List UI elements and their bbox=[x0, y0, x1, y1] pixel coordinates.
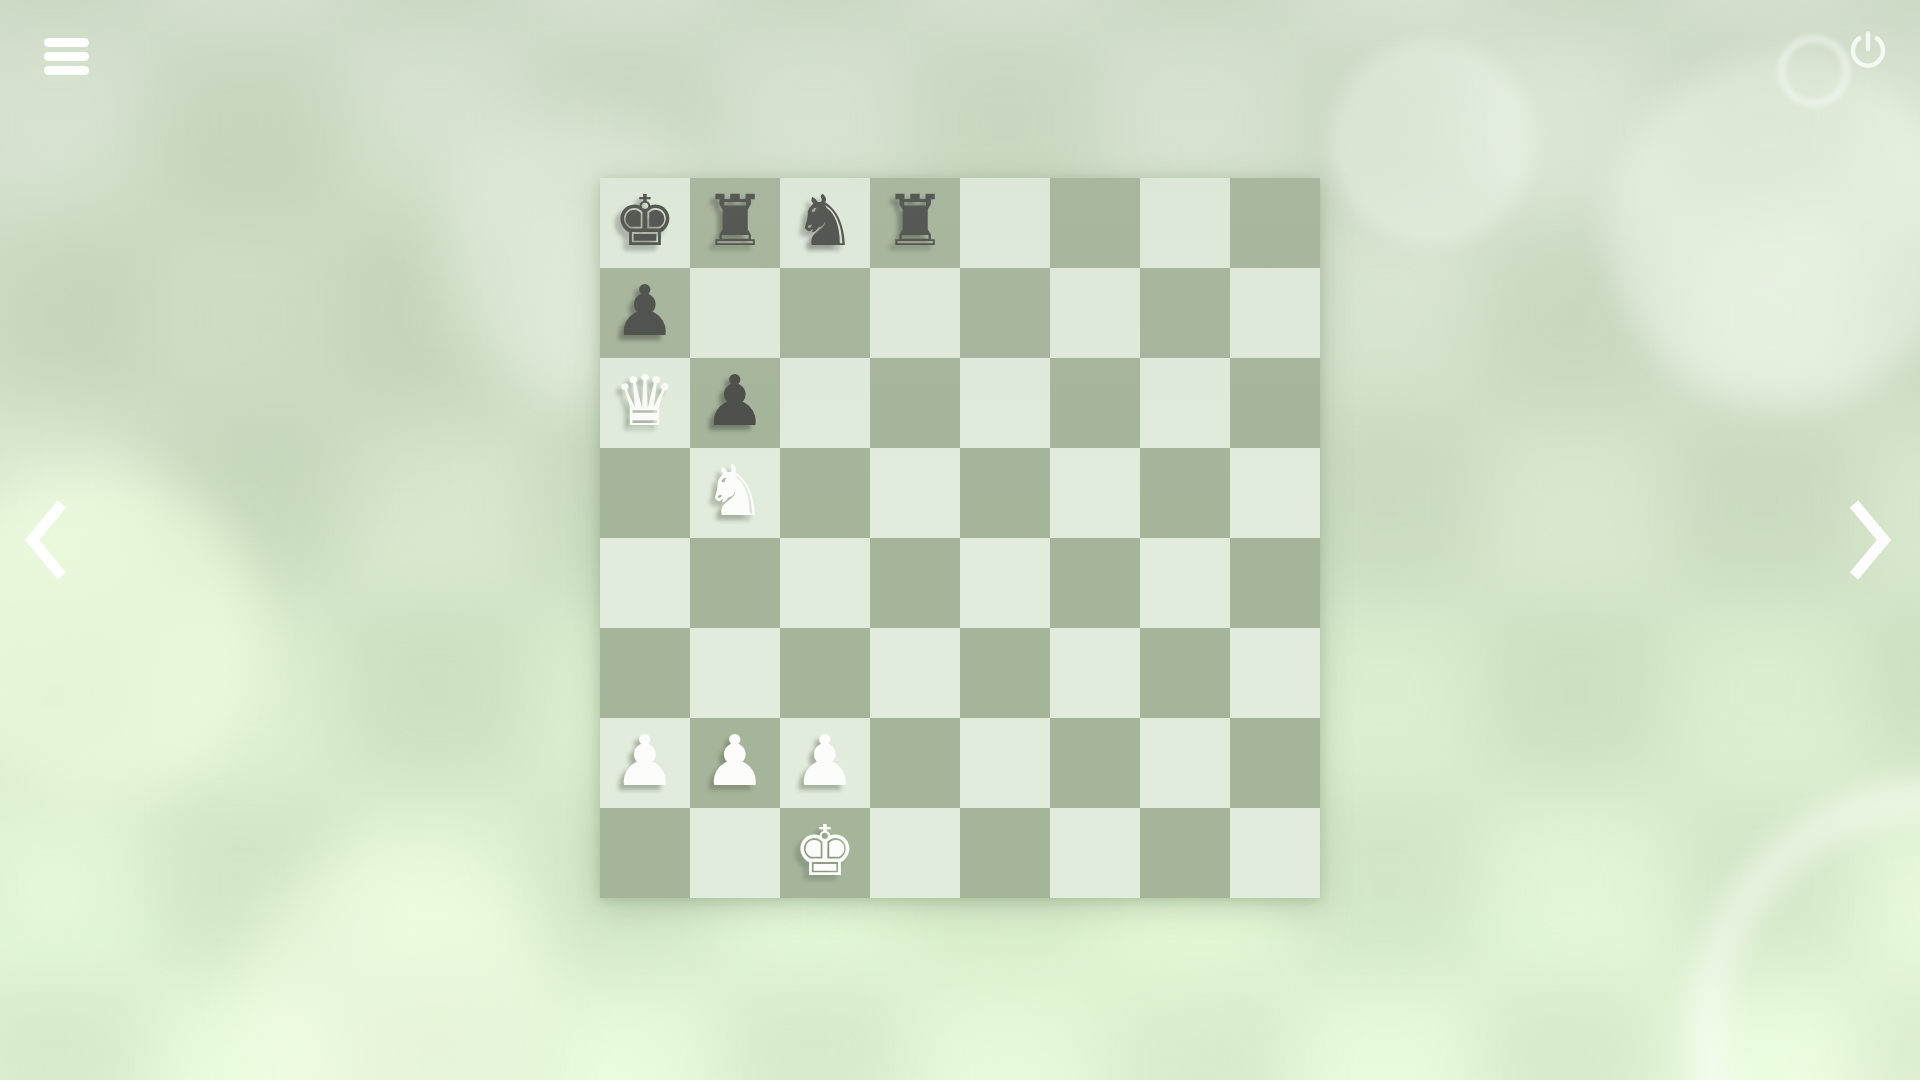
piece-white-king: ♚ bbox=[794, 816, 857, 886]
square-e6[interactable] bbox=[960, 358, 1050, 448]
square-c3[interactable] bbox=[780, 628, 870, 718]
piece-white-knight: ♞ bbox=[704, 456, 767, 526]
square-c1[interactable]: ♚ bbox=[780, 808, 870, 898]
square-a8[interactable]: ♚ bbox=[600, 178, 690, 268]
square-h8[interactable] bbox=[1230, 178, 1320, 268]
square-d3[interactable] bbox=[870, 628, 960, 718]
square-h1[interactable] bbox=[1230, 808, 1320, 898]
square-h7[interactable] bbox=[1230, 268, 1320, 358]
square-f5[interactable] bbox=[1050, 448, 1140, 538]
square-d7[interactable] bbox=[870, 268, 960, 358]
piece-white-pawn: ♟ bbox=[704, 726, 767, 796]
square-g5[interactable] bbox=[1140, 448, 1230, 538]
square-f6[interactable] bbox=[1050, 358, 1140, 448]
square-g2[interactable] bbox=[1140, 718, 1230, 808]
square-f1[interactable] bbox=[1050, 808, 1140, 898]
hamburger-icon bbox=[44, 66, 89, 75]
square-e3[interactable] bbox=[960, 628, 1050, 718]
square-d8[interactable]: ♜ bbox=[870, 178, 960, 268]
square-f4[interactable] bbox=[1050, 538, 1140, 628]
square-a1[interactable] bbox=[600, 808, 690, 898]
square-c4[interactable] bbox=[780, 538, 870, 628]
square-b7[interactable] bbox=[690, 268, 780, 358]
square-a4[interactable] bbox=[600, 538, 690, 628]
background-bokeh-circle bbox=[1330, 40, 1535, 245]
square-g8[interactable] bbox=[1140, 178, 1230, 268]
square-c7[interactable] bbox=[780, 268, 870, 358]
square-h3[interactable] bbox=[1230, 628, 1320, 718]
background-bokeh-ring bbox=[1690, 780, 1920, 1080]
power-icon bbox=[1846, 27, 1890, 71]
square-a5[interactable] bbox=[600, 448, 690, 538]
square-d1[interactable] bbox=[870, 808, 960, 898]
previous-puzzle-button[interactable] bbox=[20, 498, 74, 582]
square-f2[interactable] bbox=[1050, 718, 1140, 808]
square-e8[interactable] bbox=[960, 178, 1050, 268]
square-f3[interactable] bbox=[1050, 628, 1140, 718]
square-g1[interactable] bbox=[1140, 808, 1230, 898]
square-h2[interactable] bbox=[1230, 718, 1320, 808]
square-d2[interactable] bbox=[870, 718, 960, 808]
square-f8[interactable] bbox=[1050, 178, 1140, 268]
square-b3[interactable] bbox=[690, 628, 780, 718]
square-c6[interactable] bbox=[780, 358, 870, 448]
square-g7[interactable] bbox=[1140, 268, 1230, 358]
square-c2[interactable]: ♟ bbox=[780, 718, 870, 808]
square-g4[interactable] bbox=[1140, 538, 1230, 628]
app-background: ♚♜♞♜♟♛♟♞♟♟♟♚ bbox=[0, 0, 1920, 1080]
square-a7[interactable]: ♟ bbox=[600, 268, 690, 358]
square-b5[interactable]: ♞ bbox=[690, 448, 780, 538]
piece-white-pawn: ♟ bbox=[794, 726, 857, 796]
square-b4[interactable] bbox=[690, 538, 780, 628]
square-e1[interactable] bbox=[960, 808, 1050, 898]
piece-white-pawn: ♟ bbox=[614, 726, 677, 796]
square-e5[interactable] bbox=[960, 448, 1050, 538]
chess-board: ♚♜♞♜♟♛♟♞♟♟♟♚ bbox=[600, 178, 1320, 898]
power-button[interactable] bbox=[1845, 26, 1891, 72]
background-bokeh-circle bbox=[240, 850, 550, 1080]
square-d4[interactable] bbox=[870, 538, 960, 628]
square-e2[interactable] bbox=[960, 718, 1050, 808]
square-h4[interactable] bbox=[1230, 538, 1320, 628]
square-g3[interactable] bbox=[1140, 628, 1230, 718]
square-a2[interactable]: ♟ bbox=[600, 718, 690, 808]
hamburger-icon bbox=[44, 52, 89, 61]
square-b1[interactable] bbox=[690, 808, 780, 898]
piece-black-pawn: ♟ bbox=[704, 366, 767, 436]
chevron-right-icon bbox=[1844, 499, 1894, 581]
square-e4[interactable] bbox=[960, 538, 1050, 628]
square-a3[interactable] bbox=[600, 628, 690, 718]
square-e7[interactable] bbox=[960, 268, 1050, 358]
chevron-left-icon bbox=[22, 499, 72, 581]
square-f7[interactable] bbox=[1050, 268, 1140, 358]
background-bokeh-circle bbox=[1610, 55, 1920, 405]
square-d6[interactable] bbox=[870, 358, 960, 448]
square-g6[interactable] bbox=[1140, 358, 1230, 448]
next-puzzle-button[interactable] bbox=[1842, 498, 1896, 582]
square-d5[interactable] bbox=[870, 448, 960, 538]
square-c8[interactable]: ♞ bbox=[780, 178, 870, 268]
square-h6[interactable] bbox=[1230, 358, 1320, 448]
piece-black-rook: ♜ bbox=[704, 186, 767, 256]
background-bokeh-ring bbox=[1779, 36, 1849, 106]
piece-black-rook: ♜ bbox=[884, 186, 947, 256]
piece-white-queen: ♛ bbox=[614, 366, 677, 436]
piece-black-king: ♚ bbox=[614, 186, 677, 256]
menu-button[interactable] bbox=[44, 30, 96, 82]
piece-black-knight: ♞ bbox=[794, 186, 857, 256]
square-h5[interactable] bbox=[1230, 448, 1320, 538]
square-c5[interactable] bbox=[780, 448, 870, 538]
square-a6[interactable]: ♛ bbox=[600, 358, 690, 448]
square-b6[interactable]: ♟ bbox=[690, 358, 780, 448]
hamburger-icon bbox=[44, 38, 89, 47]
square-b2[interactable]: ♟ bbox=[690, 718, 780, 808]
square-b8[interactable]: ♜ bbox=[690, 178, 780, 268]
piece-black-pawn: ♟ bbox=[614, 276, 677, 346]
